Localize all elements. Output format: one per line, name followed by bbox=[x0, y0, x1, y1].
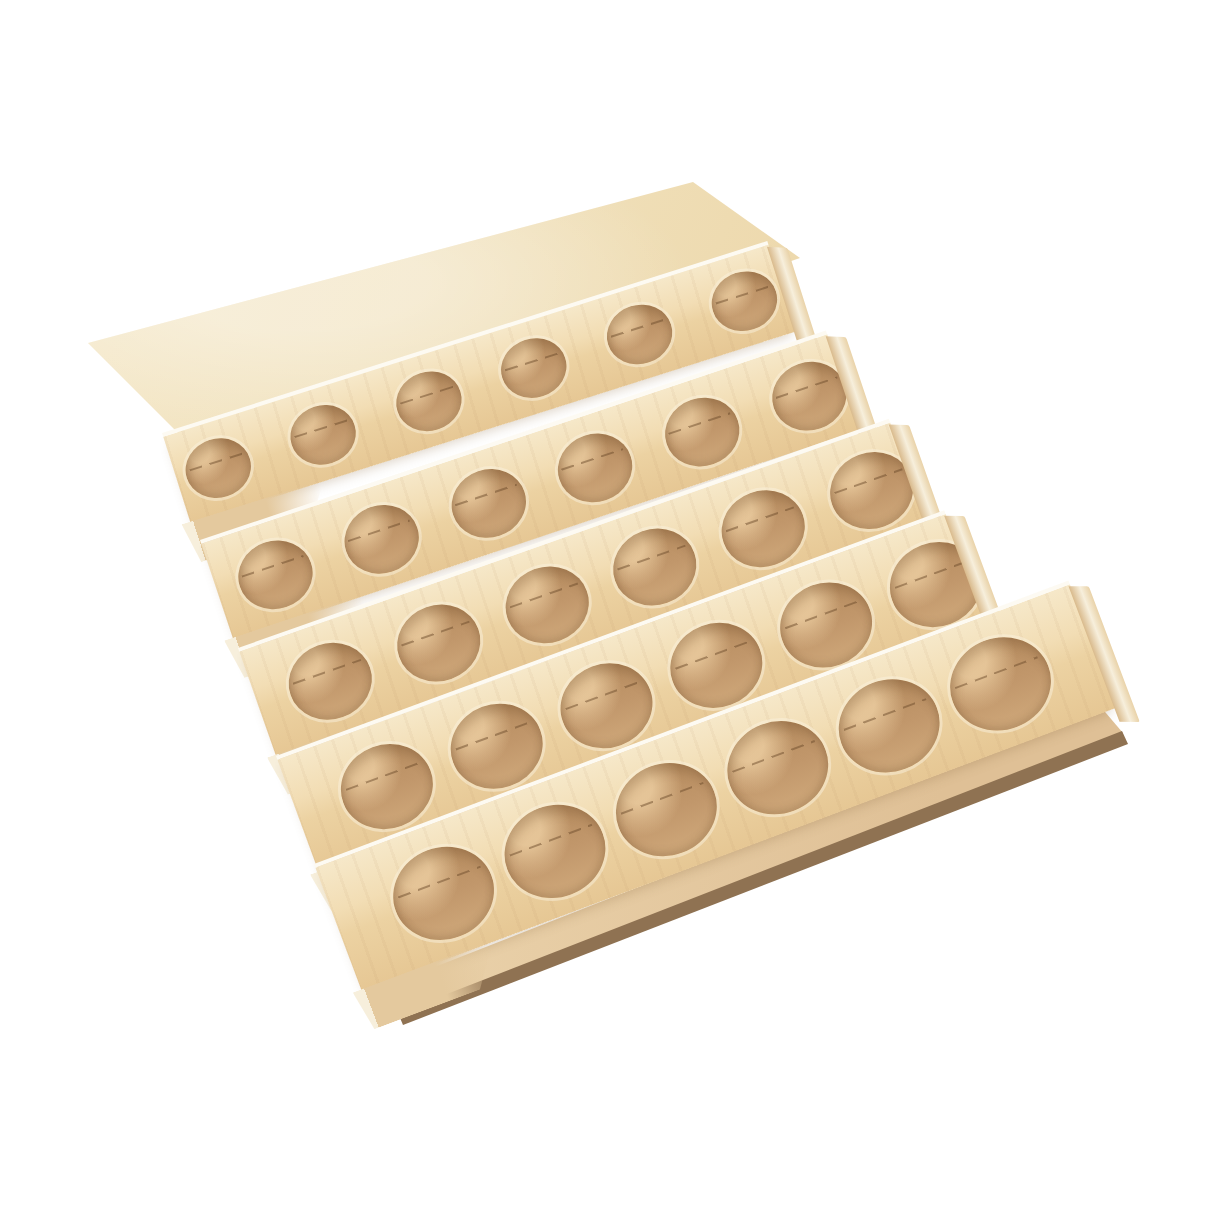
hole-r3c2 bbox=[386, 593, 490, 693]
hole-r2c3 bbox=[442, 459, 535, 547]
hole-r5c6 bbox=[936, 623, 1064, 745]
product-photo-canvas bbox=[0, 0, 1214, 1214]
hole-r1c1 bbox=[178, 430, 259, 506]
hole-r3c1 bbox=[278, 631, 382, 731]
hole-r5c1 bbox=[380, 832, 508, 954]
hole-r1c2 bbox=[283, 397, 364, 473]
hole-r2c6 bbox=[763, 352, 856, 440]
hole-r3c4 bbox=[602, 517, 706, 617]
hole-r5c2 bbox=[491, 790, 619, 912]
hole-r1c5 bbox=[599, 297, 680, 373]
hole-r3c3 bbox=[495, 555, 599, 655]
hole-r5c4 bbox=[714, 706, 842, 828]
hole-r2c4 bbox=[549, 423, 642, 511]
hole-r2c2 bbox=[335, 495, 428, 583]
hole-r5c5 bbox=[825, 664, 953, 786]
hole-r2c1 bbox=[229, 530, 322, 618]
hole-r5c3 bbox=[602, 748, 730, 870]
hole-r1c4 bbox=[493, 330, 574, 406]
hole-r2c5 bbox=[656, 387, 749, 475]
hole-r1c3 bbox=[389, 364, 470, 440]
hole-r1c6 bbox=[704, 263, 785, 339]
